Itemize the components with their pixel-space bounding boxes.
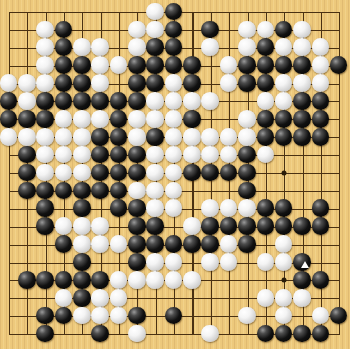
board-point[interactable] xyxy=(54,74,72,92)
board-point[interactable] xyxy=(91,325,109,343)
board-point[interactable] xyxy=(238,128,256,146)
board-point[interactable] xyxy=(183,20,201,38)
board-point[interactable] xyxy=(330,235,348,253)
board-point[interactable] xyxy=(293,217,311,235)
board-point[interactable] xyxy=(201,110,219,128)
black-stone[interactable] xyxy=(55,271,73,289)
board-point[interactable] xyxy=(146,307,164,325)
white-stone[interactable] xyxy=(128,271,146,289)
board-point[interactable] xyxy=(36,74,54,92)
board-point[interactable] xyxy=(330,56,348,74)
black-stone[interactable] xyxy=(128,146,146,164)
board-point[interactable] xyxy=(146,181,164,199)
white-stone[interactable] xyxy=(36,56,54,74)
board-point[interactable] xyxy=(91,38,109,56)
board-point[interactable] xyxy=(164,307,182,325)
black-stone[interactable] xyxy=(55,235,73,253)
board-point[interactable] xyxy=(146,146,164,164)
board-point[interactable] xyxy=(238,164,256,182)
black-stone[interactable] xyxy=(73,92,91,110)
white-stone[interactable] xyxy=(257,253,275,271)
board-point[interactable] xyxy=(293,235,311,253)
white-stone[interactable] xyxy=(220,199,238,217)
board-point[interactable] xyxy=(256,271,274,289)
black-stone[interactable] xyxy=(128,307,146,325)
white-stone[interactable] xyxy=(165,74,183,92)
white-stone[interactable] xyxy=(183,217,201,235)
board-point[interactable] xyxy=(54,307,72,325)
black-stone[interactable] xyxy=(110,146,128,164)
white-stone[interactable] xyxy=(146,182,164,200)
board-point[interactable] xyxy=(256,110,274,128)
black-stone[interactable] xyxy=(275,128,293,146)
white-stone[interactable] xyxy=(110,271,128,289)
board-point[interactable] xyxy=(109,289,127,307)
board-point[interactable] xyxy=(183,325,201,343)
board-point[interactable] xyxy=(164,3,182,21)
board-point[interactable] xyxy=(274,289,292,307)
board-point[interactable] xyxy=(128,307,146,325)
board-point[interactable] xyxy=(330,307,348,325)
board-point[interactable] xyxy=(293,325,311,343)
board-point[interactable] xyxy=(36,325,54,343)
board-point[interactable] xyxy=(311,146,329,164)
white-stone[interactable] xyxy=(128,21,146,39)
board-point[interactable] xyxy=(293,199,311,217)
board-point[interactable] xyxy=(219,20,237,38)
board-point[interactable] xyxy=(164,128,182,146)
board-point[interactable] xyxy=(330,128,348,146)
black-stone[interactable] xyxy=(36,271,54,289)
black-stone[interactable] xyxy=(238,164,256,182)
white-stone[interactable] xyxy=(201,325,219,343)
board-point[interactable] xyxy=(128,110,146,128)
board-point[interactable] xyxy=(0,271,18,289)
black-stone[interactable] xyxy=(165,38,183,56)
board-point[interactable] xyxy=(91,110,109,128)
black-stone[interactable] xyxy=(128,56,146,74)
board-point[interactable] xyxy=(0,164,18,182)
board-point[interactable] xyxy=(164,199,182,217)
board-point[interactable] xyxy=(274,235,292,253)
black-stone[interactable] xyxy=(220,164,238,182)
black-stone[interactable] xyxy=(312,325,330,343)
black-stone[interactable] xyxy=(73,74,91,92)
board-point[interactable] xyxy=(219,38,237,56)
board-point[interactable] xyxy=(91,3,109,21)
board-point[interactable] xyxy=(293,181,311,199)
board-point[interactable] xyxy=(109,20,127,38)
black-stone[interactable] xyxy=(91,271,109,289)
black-stone[interactable] xyxy=(18,271,36,289)
board-point[interactable] xyxy=(18,3,36,21)
board-point[interactable] xyxy=(238,74,256,92)
white-stone[interactable] xyxy=(36,38,54,56)
board-point[interactable] xyxy=(54,56,72,74)
black-stone[interactable] xyxy=(128,235,146,253)
board-point[interactable] xyxy=(164,271,182,289)
board-point[interactable] xyxy=(36,110,54,128)
board-point[interactable] xyxy=(219,164,237,182)
board-point[interactable] xyxy=(54,199,72,217)
board-point[interactable] xyxy=(330,181,348,199)
black-stone[interactable] xyxy=(128,253,146,271)
white-stone[interactable] xyxy=(18,74,36,92)
board-point[interactable] xyxy=(183,253,201,271)
white-stone[interactable] xyxy=(275,38,293,56)
board-point[interactable] xyxy=(36,164,54,182)
board-point[interactable] xyxy=(201,235,219,253)
board-point[interactable] xyxy=(109,217,127,235)
board-point[interactable] xyxy=(311,181,329,199)
white-stone[interactable] xyxy=(128,182,146,200)
board-point[interactable] xyxy=(256,164,274,182)
black-stone[interactable] xyxy=(238,235,256,253)
black-stone[interactable] xyxy=(55,56,73,74)
black-stone[interactable] xyxy=(275,21,293,39)
white-stone[interactable] xyxy=(312,56,330,74)
white-stone[interactable] xyxy=(201,199,219,217)
board-point[interactable] xyxy=(91,74,109,92)
board-point[interactable] xyxy=(18,38,36,56)
board-point[interactable] xyxy=(0,181,18,199)
black-stone[interactable] xyxy=(55,92,73,110)
board-point[interactable] xyxy=(36,199,54,217)
black-stone[interactable] xyxy=(18,164,36,182)
board-point[interactable] xyxy=(183,235,201,253)
board-point[interactable] xyxy=(73,56,91,74)
board-point[interactable] xyxy=(109,3,127,21)
board-point[interactable] xyxy=(183,271,201,289)
board-point[interactable] xyxy=(311,56,329,74)
board-point[interactable] xyxy=(219,146,237,164)
board-point[interactable] xyxy=(109,146,127,164)
board-point[interactable] xyxy=(109,253,127,271)
board-point[interactable] xyxy=(219,56,237,74)
board-point[interactable] xyxy=(146,3,164,21)
board-point[interactable] xyxy=(311,20,329,38)
board-point[interactable] xyxy=(18,164,36,182)
board-point[interactable] xyxy=(0,146,18,164)
board-point[interactable] xyxy=(293,128,311,146)
white-stone[interactable] xyxy=(36,146,54,164)
black-stone[interactable] xyxy=(0,110,17,128)
board-point[interactable] xyxy=(330,289,348,307)
white-stone[interactable] xyxy=(55,128,73,146)
white-stone[interactable] xyxy=(220,128,238,146)
board-point[interactable] xyxy=(18,271,36,289)
black-stone[interactable] xyxy=(91,128,109,146)
board-point[interactable] xyxy=(164,38,182,56)
white-stone[interactable] xyxy=(183,128,201,146)
board-point[interactable] xyxy=(0,217,18,235)
board-point[interactable] xyxy=(0,38,18,56)
board-point[interactable] xyxy=(128,128,146,146)
board-point[interactable] xyxy=(293,271,311,289)
white-stone[interactable] xyxy=(0,128,17,146)
white-stone[interactable] xyxy=(55,289,73,307)
board-point[interactable] xyxy=(73,146,91,164)
board-point[interactable] xyxy=(293,110,311,128)
white-stone[interactable] xyxy=(73,110,91,128)
board-point[interactable] xyxy=(18,146,36,164)
board-point[interactable] xyxy=(109,271,127,289)
white-stone[interactable] xyxy=(238,199,256,217)
board-point[interactable] xyxy=(201,74,219,92)
black-stone[interactable] xyxy=(146,56,164,74)
board-point[interactable] xyxy=(109,199,127,217)
board-point[interactable] xyxy=(0,128,18,146)
black-stone[interactable] xyxy=(91,146,109,164)
white-stone[interactable] xyxy=(91,110,109,128)
board-point[interactable] xyxy=(219,199,237,217)
black-stone[interactable] xyxy=(165,307,183,325)
board-point[interactable] xyxy=(164,217,182,235)
white-stone[interactable] xyxy=(146,110,164,128)
black-stone[interactable] xyxy=(128,217,146,235)
black-stone[interactable] xyxy=(91,164,109,182)
board-point[interactable] xyxy=(330,199,348,217)
black-stone[interactable] xyxy=(110,164,128,182)
black-stone[interactable] xyxy=(275,325,293,343)
board-point[interactable] xyxy=(128,74,146,92)
board-point[interactable] xyxy=(311,235,329,253)
board-point[interactable] xyxy=(91,92,109,110)
white-stone[interactable] xyxy=(220,235,238,253)
white-stone[interactable] xyxy=(55,146,73,164)
white-stone[interactable] xyxy=(73,128,91,146)
white-stone[interactable] xyxy=(183,271,201,289)
board-point[interactable] xyxy=(183,181,201,199)
board-point[interactable] xyxy=(73,92,91,110)
board-point[interactable] xyxy=(0,20,18,38)
board-point[interactable] xyxy=(91,164,109,182)
board-point[interactable] xyxy=(183,3,201,21)
board-point[interactable] xyxy=(0,235,18,253)
black-stone[interactable] xyxy=(293,128,311,146)
white-stone[interactable] xyxy=(73,235,91,253)
black-stone[interactable] xyxy=(312,110,330,128)
black-stone[interactable] xyxy=(110,110,128,128)
white-stone[interactable] xyxy=(146,271,164,289)
white-stone[interactable] xyxy=(146,146,164,164)
board-point[interactable] xyxy=(238,235,256,253)
board-point[interactable] xyxy=(293,56,311,74)
white-stone[interactable] xyxy=(128,128,146,146)
board-point[interactable] xyxy=(201,289,219,307)
white-stone[interactable] xyxy=(238,110,256,128)
black-stone[interactable] xyxy=(18,110,36,128)
black-stone[interactable] xyxy=(312,92,330,110)
board-point[interactable] xyxy=(164,181,182,199)
board-point[interactable] xyxy=(201,307,219,325)
board-point[interactable] xyxy=(54,20,72,38)
board-point[interactable] xyxy=(311,289,329,307)
board-point[interactable] xyxy=(109,235,127,253)
black-stone[interactable] xyxy=(73,182,91,200)
white-stone[interactable] xyxy=(238,21,256,39)
board-point[interactable] xyxy=(91,271,109,289)
board-point[interactable] xyxy=(238,146,256,164)
white-stone[interactable] xyxy=(312,38,330,56)
white-stone[interactable] xyxy=(220,74,238,92)
board-point[interactable] xyxy=(238,38,256,56)
board-point[interactable] xyxy=(293,3,311,21)
board-point[interactable] xyxy=(73,271,91,289)
black-stone[interactable] xyxy=(238,56,256,74)
black-stone[interactable] xyxy=(201,217,219,235)
white-stone[interactable] xyxy=(165,253,183,271)
black-stone[interactable] xyxy=(18,182,36,200)
board-point[interactable] xyxy=(311,74,329,92)
white-stone[interactable] xyxy=(275,235,293,253)
white-stone[interactable] xyxy=(128,38,146,56)
board-point[interactable] xyxy=(274,164,292,182)
board-point[interactable] xyxy=(274,92,292,110)
white-stone[interactable] xyxy=(165,128,183,146)
board-point[interactable] xyxy=(109,325,127,343)
board-point[interactable] xyxy=(0,56,18,74)
white-stone[interactable] xyxy=(201,38,219,56)
white-stone[interactable] xyxy=(165,146,183,164)
white-stone[interactable] xyxy=(220,146,238,164)
board-point[interactable] xyxy=(330,271,348,289)
board-point[interactable] xyxy=(311,110,329,128)
black-stone[interactable] xyxy=(73,56,91,74)
board-point[interactable] xyxy=(128,164,146,182)
black-stone[interactable] xyxy=(110,128,128,146)
board-point[interactable] xyxy=(36,271,54,289)
board-point[interactable] xyxy=(0,92,18,110)
board-point[interactable] xyxy=(293,38,311,56)
black-stone[interactable] xyxy=(238,182,256,200)
black-stone[interactable] xyxy=(36,110,54,128)
black-stone[interactable] xyxy=(55,21,73,39)
board-point[interactable] xyxy=(73,20,91,38)
black-stone[interactable] xyxy=(165,235,183,253)
black-stone[interactable] xyxy=(183,56,201,74)
board-point[interactable] xyxy=(256,74,274,92)
board-point[interactable] xyxy=(146,325,164,343)
black-stone[interactable] xyxy=(146,217,164,235)
board-point[interactable] xyxy=(238,3,256,21)
black-stone[interactable] xyxy=(257,38,275,56)
board-point[interactable] xyxy=(219,271,237,289)
board-point[interactable] xyxy=(128,217,146,235)
board-point[interactable] xyxy=(219,253,237,271)
board-point[interactable] xyxy=(36,128,54,146)
white-stone[interactable] xyxy=(110,289,128,307)
black-stone[interactable] xyxy=(220,217,238,235)
board-point[interactable] xyxy=(128,289,146,307)
white-stone[interactable] xyxy=(165,110,183,128)
white-stone[interactable] xyxy=(220,253,238,271)
white-stone[interactable] xyxy=(201,92,219,110)
board-point[interactable] xyxy=(54,253,72,271)
board-point[interactable] xyxy=(311,3,329,21)
board-point[interactable] xyxy=(293,307,311,325)
board-point[interactable] xyxy=(18,56,36,74)
board-point[interactable] xyxy=(146,199,164,217)
black-stone[interactable] xyxy=(257,110,275,128)
board-point[interactable] xyxy=(91,146,109,164)
board-point[interactable] xyxy=(128,235,146,253)
board-point[interactable] xyxy=(54,3,72,21)
black-stone[interactable] xyxy=(146,128,164,146)
board-point[interactable] xyxy=(128,3,146,21)
board-point[interactable] xyxy=(311,253,329,271)
board-point[interactable] xyxy=(146,253,164,271)
white-stone[interactable] xyxy=(91,307,109,325)
white-stone[interactable] xyxy=(257,21,275,39)
board-point[interactable] xyxy=(219,92,237,110)
board-point[interactable] xyxy=(201,217,219,235)
black-stone[interactable] xyxy=(110,182,128,200)
black-stone[interactable] xyxy=(146,235,164,253)
board-point[interactable] xyxy=(274,110,292,128)
board-point[interactable] xyxy=(201,271,219,289)
board-point[interactable] xyxy=(311,217,329,235)
board-point[interactable] xyxy=(183,38,201,56)
black-stone[interactable] xyxy=(165,3,183,21)
board-point[interactable] xyxy=(201,181,219,199)
board-point[interactable] xyxy=(256,325,274,343)
black-stone[interactable] xyxy=(165,56,183,74)
white-stone[interactable] xyxy=(165,271,183,289)
board-point[interactable] xyxy=(109,307,127,325)
white-stone[interactable] xyxy=(36,128,54,146)
board-point[interactable] xyxy=(54,92,72,110)
white-stone[interactable] xyxy=(146,3,164,21)
white-stone[interactable] xyxy=(36,74,54,92)
board-point[interactable] xyxy=(219,217,237,235)
board-point[interactable] xyxy=(256,128,274,146)
board-point[interactable] xyxy=(183,164,201,182)
board-point[interactable] xyxy=(54,146,72,164)
board-point[interactable] xyxy=(91,20,109,38)
black-stone[interactable] xyxy=(146,38,164,56)
board-point[interactable] xyxy=(201,253,219,271)
board-point[interactable] xyxy=(146,92,164,110)
black-stone[interactable] xyxy=(36,217,54,235)
black-stone[interactable] xyxy=(257,199,275,217)
board-point[interactable] xyxy=(330,92,348,110)
board-point[interactable] xyxy=(36,181,54,199)
board-point[interactable] xyxy=(36,307,54,325)
board-point[interactable] xyxy=(238,253,256,271)
board-point[interactable] xyxy=(201,56,219,74)
board-point[interactable] xyxy=(238,271,256,289)
board-point[interactable] xyxy=(183,199,201,217)
white-stone[interactable] xyxy=(128,110,146,128)
board-point[interactable] xyxy=(36,20,54,38)
board-point[interactable] xyxy=(128,38,146,56)
board-point[interactable] xyxy=(18,253,36,271)
board-point[interactable] xyxy=(164,56,182,74)
board-point[interactable] xyxy=(293,74,311,92)
black-stone[interactable] xyxy=(257,128,275,146)
board-point[interactable] xyxy=(73,74,91,92)
board-point[interactable] xyxy=(91,289,109,307)
white-stone[interactable] xyxy=(165,199,183,217)
board-point[interactable] xyxy=(311,164,329,182)
board-point[interactable] xyxy=(201,146,219,164)
board-point[interactable] xyxy=(109,110,127,128)
black-stone[interactable] xyxy=(238,146,256,164)
board-point[interactable] xyxy=(0,74,18,92)
board-point[interactable] xyxy=(274,20,292,38)
board-point[interactable] xyxy=(274,38,292,56)
